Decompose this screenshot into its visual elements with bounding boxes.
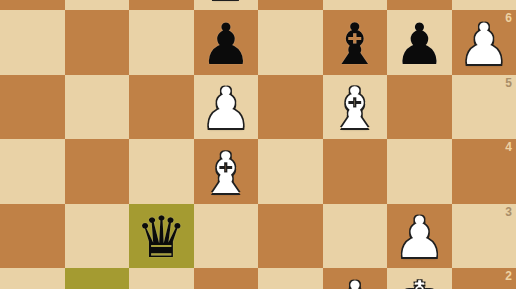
square-h4[interactable]: 4 bbox=[452, 139, 516, 204]
square-f4[interactable] bbox=[323, 139, 388, 204]
square-g5[interactable] bbox=[387, 75, 452, 140]
square-d5[interactable]: ♟ bbox=[194, 75, 259, 140]
white-pawn[interactable]: ♟ bbox=[194, 77, 259, 142]
square-d6[interactable]: ♟ bbox=[194, 10, 259, 75]
square-c7[interactable] bbox=[129, 0, 194, 10]
black-bishop[interactable]: ♝ bbox=[323, 12, 388, 77]
square-e6[interactable] bbox=[258, 10, 323, 75]
square-c4[interactable] bbox=[129, 139, 194, 204]
white-pawn[interactable]: ♟ bbox=[452, 12, 516, 77]
square-b2[interactable] bbox=[65, 268, 130, 289]
rank-coordinate-4: 4 bbox=[505, 140, 512, 154]
square-h6[interactable]: 6♟ bbox=[452, 10, 516, 75]
square-c6[interactable] bbox=[129, 10, 194, 75]
square-d3[interactable] bbox=[194, 204, 259, 269]
square-f5[interactable]: ♝ bbox=[323, 75, 388, 140]
white-bishop[interactable]: ♝ bbox=[194, 141, 259, 206]
white-pawn[interactable]: ♟ bbox=[323, 270, 388, 289]
square-d2[interactable] bbox=[194, 268, 259, 289]
square-e7[interactable] bbox=[258, 0, 323, 10]
square-b7[interactable] bbox=[65, 0, 130, 10]
square-g3[interactable]: ♟ bbox=[387, 204, 452, 269]
square-a2[interactable] bbox=[0, 268, 65, 289]
square-a7[interactable] bbox=[0, 0, 65, 10]
square-h7[interactable]: 7♜ bbox=[452, 0, 516, 10]
square-b5[interactable] bbox=[65, 75, 130, 140]
square-e4[interactable] bbox=[258, 139, 323, 204]
square-g4[interactable] bbox=[387, 139, 452, 204]
square-c2[interactable] bbox=[129, 268, 194, 289]
square-f6[interactable]: ♝ bbox=[323, 10, 388, 75]
square-g2[interactable]: ♚ bbox=[387, 268, 452, 289]
square-d4[interactable]: ♝ bbox=[194, 139, 259, 204]
square-h5[interactable]: 5 bbox=[452, 75, 516, 140]
rank-coordinate-3: 3 bbox=[505, 205, 512, 219]
square-g6[interactable]: ♟ bbox=[387, 10, 452, 75]
square-a6[interactable] bbox=[0, 10, 65, 75]
square-e2[interactable] bbox=[258, 268, 323, 289]
square-c3[interactable]: ♛ bbox=[129, 204, 194, 269]
square-g7[interactable] bbox=[387, 0, 452, 10]
black-pawn[interactable]: ♟ bbox=[194, 12, 259, 77]
black-queen[interactable]: ♛ bbox=[129, 206, 194, 271]
rank-coordinate-2: 2 bbox=[505, 269, 512, 283]
chess-board: ♛7♜♟♝♟6♟♟♝5♝4♛♟3♟♚2 bbox=[0, 0, 516, 289]
square-h3[interactable]: 3 bbox=[452, 204, 516, 269]
square-f2[interactable]: ♟ bbox=[323, 268, 388, 289]
rank-coordinate-5: 5 bbox=[505, 76, 512, 90]
square-c5[interactable] bbox=[129, 75, 194, 140]
square-a4[interactable] bbox=[0, 139, 65, 204]
square-h2[interactable]: 2 bbox=[452, 268, 516, 289]
square-a5[interactable] bbox=[0, 75, 65, 140]
chess-board-viewport: ♛7♜♟♝♟6♟♟♝5♝4♛♟3♟♚2 bbox=[0, 0, 516, 289]
white-bishop[interactable]: ♝ bbox=[323, 77, 388, 142]
white-king[interactable]: ♚ bbox=[387, 270, 452, 289]
square-b3[interactable] bbox=[65, 204, 130, 269]
square-b6[interactable] bbox=[65, 10, 130, 75]
black-pawn[interactable]: ♟ bbox=[387, 12, 452, 77]
square-a3[interactable] bbox=[0, 204, 65, 269]
square-b4[interactable] bbox=[65, 139, 130, 204]
square-f3[interactable] bbox=[323, 204, 388, 269]
white-pawn[interactable]: ♟ bbox=[387, 206, 452, 271]
square-d7[interactable]: ♛ bbox=[194, 0, 259, 10]
square-e3[interactable] bbox=[258, 204, 323, 269]
square-f7[interactable] bbox=[323, 0, 388, 10]
square-e5[interactable] bbox=[258, 75, 323, 140]
